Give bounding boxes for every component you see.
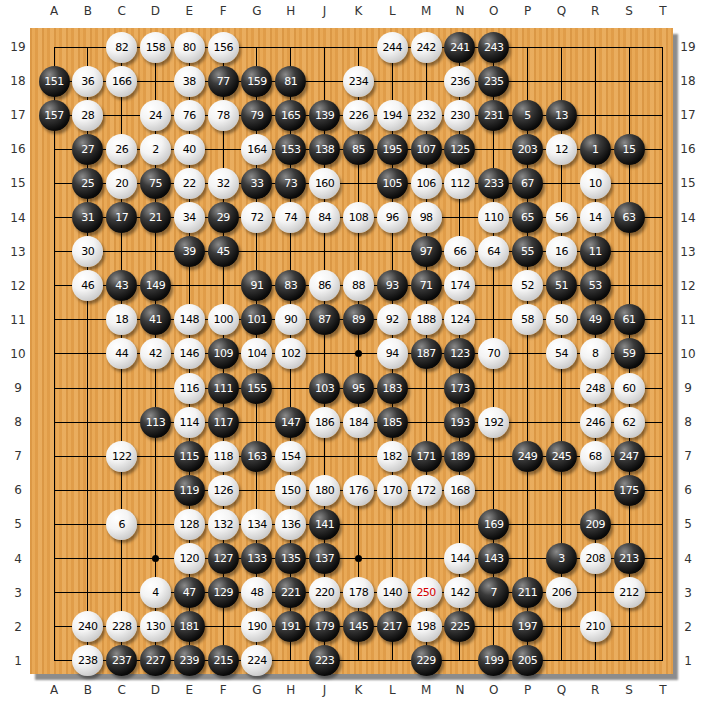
go-stone-E7[interactable]: 115 (174, 441, 205, 472)
go-stone-K12[interactable]: 88 (343, 270, 374, 301)
go-stone-G10[interactable]: 104 (241, 338, 272, 369)
go-stone-N7[interactable]: 189 (444, 441, 475, 472)
go-stone-G1[interactable]: 224 (241, 645, 272, 676)
go-stone-F14[interactable]: 29 (208, 202, 239, 233)
go-stone-O19[interactable]: 243 (478, 32, 509, 63)
row-label-left-5: 5 (14, 517, 22, 531)
go-stone-H4[interactable]: 135 (275, 543, 306, 574)
go-stone-S8[interactable]: 62 (614, 407, 645, 438)
go-stone-K17[interactable]: 226 (343, 100, 374, 131)
go-stone-K3[interactable]: 178 (343, 577, 374, 608)
go-stone-J14[interactable]: 84 (309, 202, 340, 233)
column-label-top-B: B (84, 4, 92, 18)
go-game-record-page: 8215880156244242241243151361663877159812… (0, 0, 720, 703)
go-stone-M11[interactable]: 188 (411, 304, 442, 335)
go-stone-N16[interactable]: 125 (444, 134, 475, 165)
go-stone-C10[interactable]: 44 (106, 338, 137, 369)
row-label-right-19: 19 (680, 40, 695, 54)
go-stone-E15[interactable]: 22 (174, 168, 205, 199)
go-stone-F7[interactable]: 118 (208, 441, 239, 472)
row-label-right-15: 15 (680, 176, 695, 190)
go-stone-N4[interactable]: 144 (444, 543, 475, 574)
go-stone-K8[interactable]: 184 (343, 407, 374, 438)
go-stone-E17[interactable]: 76 (174, 100, 205, 131)
go-stone-P17[interactable]: 5 (512, 100, 543, 131)
go-stone-R4[interactable]: 208 (580, 543, 611, 574)
go-stone-O17[interactable]: 231 (478, 100, 509, 131)
go-stone-P14[interactable]: 65 (512, 202, 543, 233)
go-stone-R9[interactable]: 248 (580, 373, 611, 404)
go-stone-N11[interactable]: 124 (444, 304, 475, 335)
go-stone-D11[interactable]: 41 (140, 304, 171, 335)
go-stone-N8[interactable]: 193 (444, 407, 475, 438)
star-point (152, 555, 159, 562)
grid-line-horizontal (54, 524, 664, 525)
go-stone-L11[interactable]: 92 (377, 304, 408, 335)
go-stone-L8[interactable]: 185 (377, 407, 408, 438)
row-label-left-4: 4 (14, 552, 22, 566)
go-stone-P3[interactable]: 211 (512, 577, 543, 608)
go-stone-last-move-M3[interactable]: 250 (411, 577, 442, 608)
go-stone-H11[interactable]: 90 (275, 304, 306, 335)
go-stone-F5[interactable]: 132 (208, 509, 239, 540)
go-stone-D15[interactable]: 75 (140, 168, 171, 199)
go-stone-O5[interactable]: 169 (478, 509, 509, 540)
go-stone-P7[interactable]: 249 (512, 441, 543, 472)
go-stone-F17[interactable]: 78 (208, 100, 239, 131)
go-stone-Q12[interactable]: 51 (546, 270, 577, 301)
go-stone-K11[interactable]: 89 (343, 304, 374, 335)
column-label-top-F: F (220, 4, 227, 18)
row-label-right-1: 1 (684, 654, 692, 668)
go-stone-H15[interactable]: 73 (275, 168, 306, 199)
row-label-right-4: 4 (684, 552, 692, 566)
go-stone-E3[interactable]: 47 (174, 577, 205, 608)
go-stone-H12[interactable]: 83 (275, 270, 306, 301)
go-stone-N12[interactable]: 174 (444, 270, 475, 301)
go-stone-C14[interactable]: 17 (106, 202, 137, 233)
go-stone-Q16[interactable]: 12 (546, 134, 577, 165)
go-stone-E6[interactable]: 119 (174, 475, 205, 506)
column-label-top-E: E (186, 4, 194, 18)
go-stone-H18[interactable]: 81 (275, 66, 306, 97)
column-label-bottom-F: F (220, 683, 227, 697)
go-stone-J5[interactable]: 141 (309, 509, 340, 540)
go-stone-E1[interactable]: 239 (174, 645, 205, 676)
go-stone-D2[interactable]: 130 (140, 611, 171, 642)
go-stone-N9[interactable]: 173 (444, 373, 475, 404)
row-label-right-18: 18 (680, 74, 695, 88)
go-stone-L12[interactable]: 93 (377, 270, 408, 301)
go-stone-J8[interactable]: 186 (309, 407, 340, 438)
go-stone-F9[interactable]: 111 (208, 373, 239, 404)
go-stone-Q17[interactable]: 13 (546, 100, 577, 131)
go-stone-C16[interactable]: 26 (106, 134, 137, 165)
column-label-bottom-P: P (524, 683, 531, 697)
go-stone-N2[interactable]: 225 (444, 611, 475, 642)
go-stone-F8[interactable]: 117 (208, 407, 239, 438)
go-stone-K9[interactable]: 95 (343, 373, 374, 404)
go-stone-G12[interactable]: 91 (241, 270, 272, 301)
go-stone-S10[interactable]: 59 (614, 338, 645, 369)
go-stone-B14[interactable]: 31 (72, 202, 103, 233)
go-stone-M12[interactable]: 71 (411, 270, 442, 301)
row-label-left-14: 14 (10, 211, 25, 225)
go-stone-B2[interactable]: 240 (72, 611, 103, 642)
go-stone-G16[interactable]: 164 (241, 134, 272, 165)
go-stone-G2[interactable]: 190 (241, 611, 272, 642)
go-stone-O14[interactable]: 110 (478, 202, 509, 233)
go-stone-C15[interactable]: 20 (106, 168, 137, 199)
go-stone-J12[interactable]: 86 (309, 270, 340, 301)
go-stone-K18[interactable]: 234 (343, 66, 374, 97)
go-stone-A18[interactable]: 151 (39, 66, 70, 97)
go-stone-G5[interactable]: 134 (241, 509, 272, 540)
go-stone-C18[interactable]: 166 (106, 66, 137, 97)
go-stone-G9[interactable]: 155 (241, 373, 272, 404)
go-stone-N17[interactable]: 230 (444, 100, 475, 131)
go-stone-O1[interactable]: 199 (478, 645, 509, 676)
go-stone-F6[interactable]: 126 (208, 475, 239, 506)
go-stone-P12[interactable]: 52 (512, 270, 543, 301)
go-stone-O4[interactable]: 143 (478, 543, 509, 574)
go-stone-J17[interactable]: 139 (309, 100, 340, 131)
row-label-left-15: 15 (10, 176, 25, 190)
row-label-right-7: 7 (684, 449, 692, 463)
column-label-top-J: J (323, 4, 327, 18)
go-stone-K2[interactable]: 145 (343, 611, 374, 642)
go-stone-H2[interactable]: 191 (275, 611, 306, 642)
go-stone-J16[interactable]: 138 (309, 134, 340, 165)
go-stone-B13[interactable]: 30 (72, 236, 103, 267)
go-stone-G3[interactable]: 48 (241, 577, 272, 608)
go-stone-J1[interactable]: 223 (309, 645, 340, 676)
row-label-right-17: 17 (680, 108, 695, 122)
go-stone-R13[interactable]: 11 (580, 236, 611, 267)
go-stone-J6[interactable]: 180 (309, 475, 340, 506)
row-label-left-10: 10 (10, 347, 25, 361)
row-label-right-13: 13 (680, 245, 695, 259)
go-stone-Q13[interactable]: 16 (546, 236, 577, 267)
column-label-top-S: S (625, 4, 633, 18)
go-stone-R5[interactable]: 209 (580, 509, 611, 540)
go-stone-G11[interactable]: 101 (241, 304, 272, 335)
go-stone-G7[interactable]: 163 (241, 441, 272, 472)
go-stone-P11[interactable]: 58 (512, 304, 543, 335)
row-label-left-3: 3 (14, 586, 22, 600)
go-stone-D14[interactable]: 21 (140, 202, 171, 233)
go-stone-C11[interactable]: 18 (106, 304, 137, 335)
go-stone-C1[interactable]: 237 (106, 645, 137, 676)
go-stone-D10[interactable]: 42 (140, 338, 171, 369)
go-stone-P13[interactable]: 55 (512, 236, 543, 267)
go-stone-D16[interactable]: 2 (140, 134, 171, 165)
go-stone-M16[interactable]: 107 (411, 134, 442, 165)
go-stone-E2[interactable]: 181 (174, 611, 205, 642)
go-stone-F3[interactable]: 129 (208, 577, 239, 608)
go-stone-Q10[interactable]: 54 (546, 338, 577, 369)
go-stone-Q4[interactable]: 3 (546, 543, 577, 574)
row-label-left-17: 17 (10, 108, 25, 122)
go-stone-G18[interactable]: 159 (241, 66, 272, 97)
go-stone-N3[interactable]: 142 (444, 577, 475, 608)
go-stone-C5[interactable]: 6 (106, 509, 137, 540)
go-stone-O18[interactable]: 235 (478, 66, 509, 97)
go-stone-E16[interactable]: 40 (174, 134, 205, 165)
go-stone-L6[interactable]: 170 (377, 475, 408, 506)
go-stone-B1[interactable]: 238 (72, 645, 103, 676)
go-board[interactable]: 8215880156244242241243151361663877159812… (30, 28, 673, 674)
go-stone-H10[interactable]: 102 (275, 338, 306, 369)
go-stone-N19[interactable]: 241 (444, 32, 475, 63)
go-stone-O10[interactable]: 70 (478, 338, 509, 369)
go-stone-S4[interactable]: 213 (614, 543, 645, 574)
go-stone-E8[interactable]: 114 (174, 407, 205, 438)
column-label-bottom-K: K (355, 683, 363, 697)
go-stone-E9[interactable]: 116 (174, 373, 205, 404)
go-stone-J9[interactable]: 103 (309, 373, 340, 404)
column-label-bottom-G: G (252, 683, 261, 697)
go-stone-J2[interactable]: 179 (309, 611, 340, 642)
column-label-top-K: K (355, 4, 363, 18)
go-stone-C2[interactable]: 228 (106, 611, 137, 642)
column-label-bottom-H: H (286, 683, 295, 697)
go-stone-M19[interactable]: 242 (411, 32, 442, 63)
go-stone-M1[interactable]: 229 (411, 645, 442, 676)
column-label-top-A: A (50, 4, 58, 18)
column-label-bottom-T: T (659, 683, 666, 697)
go-stone-G14[interactable]: 72 (241, 202, 272, 233)
go-stone-F10[interactable]: 109 (208, 338, 239, 369)
column-label-top-L: L (389, 4, 396, 18)
go-stone-D17[interactable]: 24 (140, 100, 171, 131)
go-stone-R8[interactable]: 246 (580, 407, 611, 438)
go-stone-E11[interactable]: 148 (174, 304, 205, 335)
row-label-right-2: 2 (684, 620, 692, 634)
go-stone-R15[interactable]: 10 (580, 168, 611, 199)
go-stone-L19[interactable]: 244 (377, 32, 408, 63)
go-stone-O13[interactable]: 64 (478, 236, 509, 267)
go-stone-F1[interactable]: 215 (208, 645, 239, 676)
go-stone-E4[interactable]: 120 (174, 543, 205, 574)
go-stone-R11[interactable]: 49 (580, 304, 611, 335)
go-stone-E13[interactable]: 39 (174, 236, 205, 267)
go-stone-N15[interactable]: 112 (444, 168, 475, 199)
go-stone-C12[interactable]: 43 (106, 270, 137, 301)
go-stone-H17[interactable]: 165 (275, 100, 306, 131)
go-stone-O15[interactable]: 233 (478, 168, 509, 199)
column-label-top-O: O (489, 4, 498, 18)
go-stone-C7[interactable]: 122 (106, 441, 137, 472)
go-stone-C19[interactable]: 82 (106, 32, 137, 63)
go-stone-S14[interactable]: 63 (614, 202, 645, 233)
go-stone-M10[interactable]: 187 (411, 338, 442, 369)
go-stone-N18[interactable]: 236 (444, 66, 475, 97)
go-stone-G15[interactable]: 33 (241, 168, 272, 199)
go-stone-P1[interactable]: 205 (512, 645, 543, 676)
go-stone-K14[interactable]: 108 (343, 202, 374, 233)
go-stone-R16[interactable]: 1 (580, 134, 611, 165)
go-stone-Q14[interactable]: 56 (546, 202, 577, 233)
row-label-left-6: 6 (14, 483, 22, 497)
go-stone-B15[interactable]: 25 (72, 168, 103, 199)
row-label-right-5: 5 (684, 517, 692, 531)
go-stone-L16[interactable]: 195 (377, 134, 408, 165)
go-stone-H14[interactable]: 74 (275, 202, 306, 233)
go-stone-D3[interactable]: 4 (140, 577, 171, 608)
go-stone-L9[interactable]: 183 (377, 373, 408, 404)
go-stone-N13[interactable]: 66 (444, 236, 475, 267)
go-stone-P16[interactable]: 203 (512, 134, 543, 165)
go-stone-A17[interactable]: 157 (39, 100, 70, 131)
column-label-top-H: H (286, 4, 295, 18)
go-stone-J3[interactable]: 220 (309, 577, 340, 608)
go-stone-M13[interactable]: 97 (411, 236, 442, 267)
row-label-right-12: 12 (680, 279, 695, 293)
row-label-left-1: 1 (14, 654, 22, 668)
column-label-bottom-O: O (489, 683, 498, 697)
column-label-bottom-M: M (421, 683, 431, 697)
go-stone-L2[interactable]: 217 (377, 611, 408, 642)
star-point (355, 350, 362, 357)
go-stone-B12[interactable]: 46 (72, 270, 103, 301)
go-stone-L14[interactable]: 96 (377, 202, 408, 233)
go-stone-O8[interactable]: 192 (478, 407, 509, 438)
column-label-top-Q: Q (557, 4, 566, 18)
go-stone-H8[interactable]: 147 (275, 407, 306, 438)
go-stone-Q11[interactable]: 50 (546, 304, 577, 335)
go-stone-L10[interactable]: 94 (377, 338, 408, 369)
column-label-bottom-Q: Q (557, 683, 566, 697)
go-stone-S11[interactable]: 61 (614, 304, 645, 335)
go-stone-F18[interactable]: 77 (208, 66, 239, 97)
go-stone-H6[interactable]: 150 (275, 475, 306, 506)
go-stone-J4[interactable]: 137 (309, 543, 340, 574)
go-stone-P2[interactable]: 197 (512, 611, 543, 642)
column-label-bottom-C: C (117, 683, 125, 697)
go-stone-G4[interactable]: 133 (241, 543, 272, 574)
go-stone-F4[interactable]: 127 (208, 543, 239, 574)
go-stone-Q7[interactable]: 245 (546, 441, 577, 472)
column-label-bottom-R: R (591, 683, 599, 697)
row-label-right-16: 16 (680, 142, 695, 156)
go-stone-E10[interactable]: 146 (174, 338, 205, 369)
go-stone-S6[interactable]: 175 (614, 475, 645, 506)
row-label-left-2: 2 (14, 620, 22, 634)
column-label-bottom-J: J (323, 683, 327, 697)
go-stone-S9[interactable]: 60 (614, 373, 645, 404)
go-stone-D8[interactable]: 113 (140, 407, 171, 438)
row-label-left-13: 13 (10, 245, 25, 259)
go-stone-L3[interactable]: 140 (377, 577, 408, 608)
go-stone-F11[interactable]: 100 (208, 304, 239, 335)
go-stone-R2[interactable]: 210 (580, 611, 611, 642)
column-label-top-D: D (151, 4, 160, 18)
column-label-top-P: P (524, 4, 531, 18)
go-stone-M6[interactable]: 172 (411, 475, 442, 506)
go-stone-R10[interactable]: 8 (580, 338, 611, 369)
go-stone-D1[interactable]: 227 (140, 645, 171, 676)
go-stone-D19[interactable]: 158 (140, 32, 171, 63)
go-stone-H5[interactable]: 136 (275, 509, 306, 540)
column-label-top-G: G (252, 4, 261, 18)
row-label-left-18: 18 (10, 74, 25, 88)
go-stone-F15[interactable]: 32 (208, 168, 239, 199)
go-stone-B17[interactable]: 28 (72, 100, 103, 131)
go-stone-M7[interactable]: 171 (411, 441, 442, 472)
go-stone-E5[interactable]: 128 (174, 509, 205, 540)
go-stone-G17[interactable]: 79 (241, 100, 272, 131)
go-stone-H16[interactable]: 153 (275, 134, 306, 165)
go-stone-J15[interactable]: 160 (309, 168, 340, 199)
go-stone-K16[interactable]: 85 (343, 134, 374, 165)
go-stone-Q3[interactable]: 206 (546, 577, 577, 608)
go-stone-O3[interactable]: 7 (478, 577, 509, 608)
column-label-bottom-B: B (84, 683, 92, 697)
column-label-top-M: M (421, 4, 431, 18)
row-label-right-8: 8 (684, 415, 692, 429)
column-label-bottom-N: N (455, 683, 464, 697)
go-stone-E19[interactable]: 80 (174, 32, 205, 63)
go-stone-P15[interactable]: 67 (512, 168, 543, 199)
go-stone-H7[interactable]: 154 (275, 441, 306, 472)
column-label-bottom-D: D (151, 683, 160, 697)
go-stone-B16[interactable]: 27 (72, 134, 103, 165)
go-stone-H3[interactable]: 221 (275, 577, 306, 608)
row-label-left-9: 9 (14, 381, 22, 395)
row-label-left-8: 8 (14, 415, 22, 429)
column-label-top-C: C (117, 4, 125, 18)
row-label-left-16: 16 (10, 142, 25, 156)
go-stone-R7[interactable]: 68 (580, 441, 611, 472)
go-stone-R14[interactable]: 14 (580, 202, 611, 233)
go-stone-M2[interactable]: 198 (411, 611, 442, 642)
go-stone-F19[interactable]: 156 (208, 32, 239, 63)
go-stone-S7[interactable]: 247 (614, 441, 645, 472)
go-stone-J11[interactable]: 87 (309, 304, 340, 335)
column-label-bottom-A: A (50, 683, 58, 697)
go-stone-L15[interactable]: 105 (377, 168, 408, 199)
go-stone-B18[interactable]: 36 (72, 66, 103, 97)
go-stone-F13[interactable]: 45 (208, 236, 239, 267)
row-label-right-11: 11 (680, 313, 695, 327)
row-label-left-7: 7 (14, 449, 22, 463)
star-point (355, 555, 362, 562)
column-label-top-T: T (659, 4, 666, 18)
go-stone-S16[interactable]: 15 (614, 134, 645, 165)
column-label-top-N: N (455, 4, 464, 18)
row-label-right-6: 6 (684, 483, 692, 497)
column-label-top-R: R (591, 4, 599, 18)
go-stone-S3[interactable]: 212 (614, 577, 645, 608)
go-stone-K6[interactable]: 176 (343, 475, 374, 506)
go-stone-D12[interactable]: 149 (140, 270, 171, 301)
go-stone-M15[interactable]: 106 (411, 168, 442, 199)
go-stone-E18[interactable]: 38 (174, 66, 205, 97)
row-label-left-19: 19 (10, 40, 25, 54)
row-label-right-3: 3 (684, 586, 692, 600)
go-stone-N6[interactable]: 168 (444, 475, 475, 506)
row-label-left-12: 12 (10, 279, 25, 293)
go-stone-M14[interactable]: 98 (411, 202, 442, 233)
go-stone-M17[interactable]: 232 (411, 100, 442, 131)
go-stone-N10[interactable]: 123 (444, 338, 475, 369)
row-label-right-9: 9 (684, 381, 692, 395)
go-stone-L17[interactable]: 194 (377, 100, 408, 131)
go-stone-R12[interactable]: 53 (580, 270, 611, 301)
go-stone-E14[interactable]: 34 (174, 202, 205, 233)
go-stone-L7[interactable]: 182 (377, 441, 408, 472)
